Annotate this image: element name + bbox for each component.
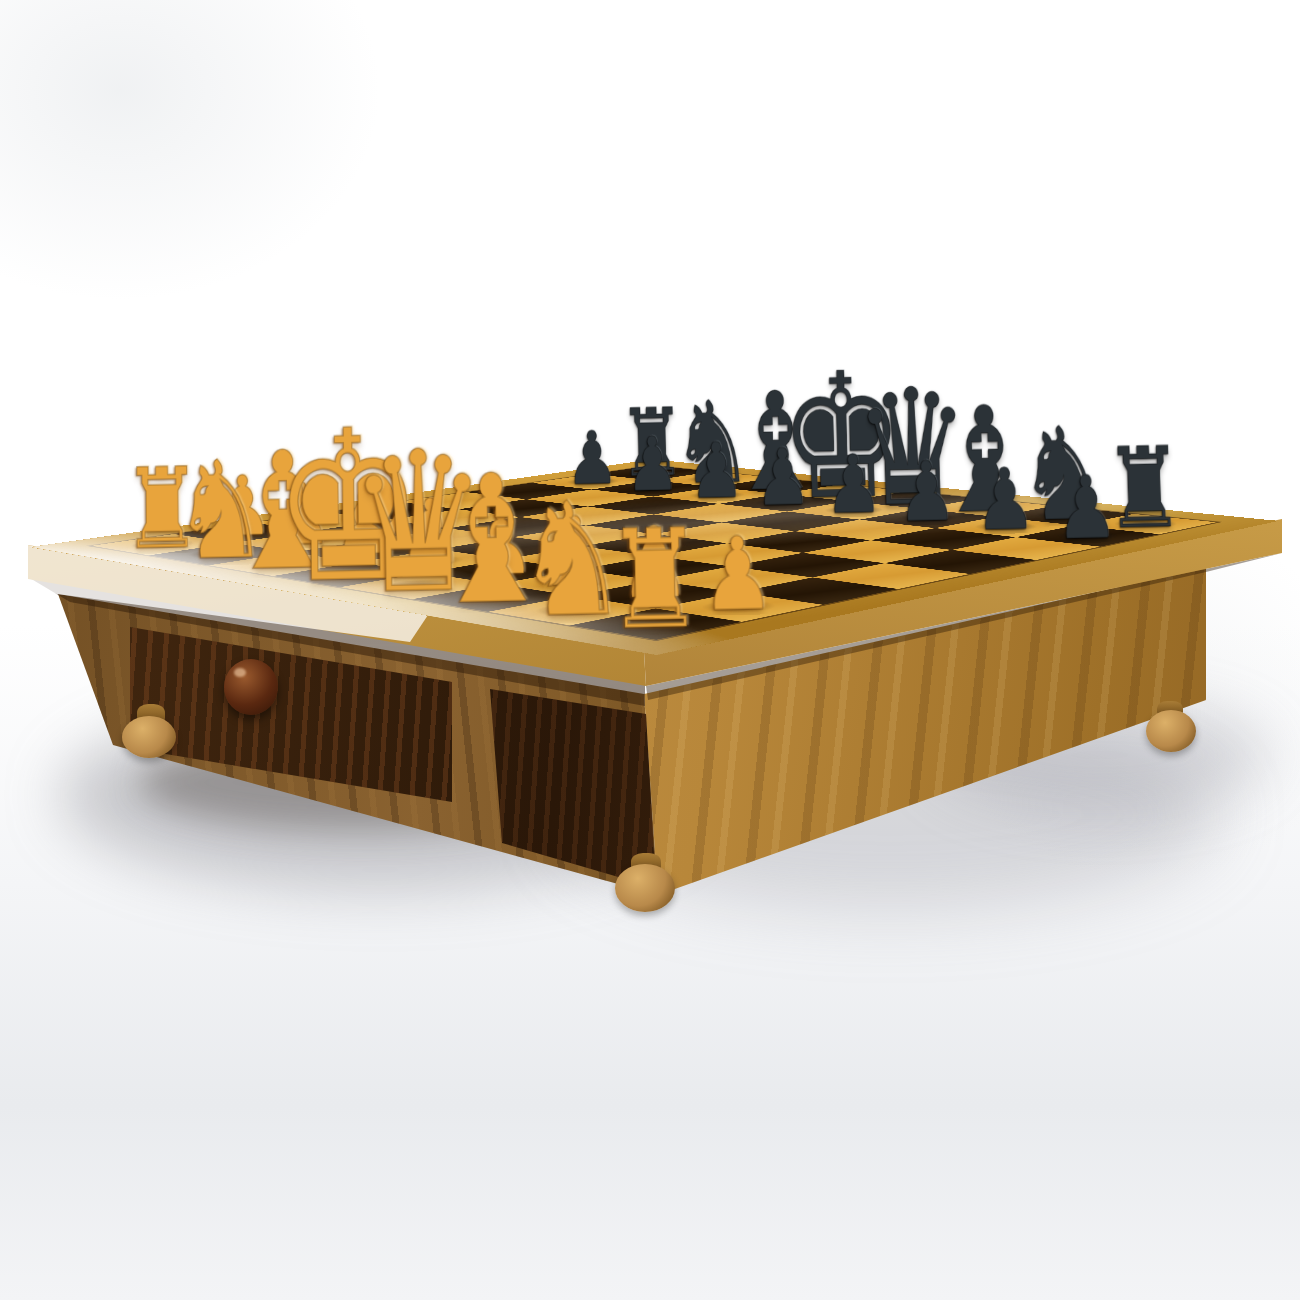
piece-black-pawn: ♟: [919, 461, 1254, 555]
chess-set-photo: ♜♞♝♚♛♝♞♜♟♟♟♟♟♟♟♟♟♟♟♟♟♟♟♟♜♞♝♚♛♝♞♜: [0, 0, 1300, 1300]
foot-front: [615, 864, 675, 912]
drawer-knob: [224, 659, 278, 715]
foot-right: [1146, 710, 1196, 752]
foot-left: [122, 716, 176, 758]
